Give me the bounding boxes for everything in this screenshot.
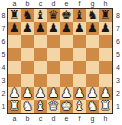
rank-label-8: 8 xyxy=(0,9,7,22)
rank-label-6: 6 xyxy=(114,35,122,48)
file-label-d: d xyxy=(47,115,60,123)
square-d8[interactable]: ♛ xyxy=(47,9,60,22)
rank-label-4: 4 xyxy=(0,61,7,74)
square-h8[interactable]: ♜ xyxy=(99,9,112,22)
square-f8[interactable]: ♝ xyxy=(73,9,86,22)
file-label-e: e xyxy=(60,0,73,8)
square-b5[interactable] xyxy=(21,48,34,61)
file-label-b: b xyxy=(21,0,34,8)
square-c5[interactable] xyxy=(34,48,47,61)
piece-white-bishop: ♝ xyxy=(74,100,85,113)
rank-labels-left: 87654321 xyxy=(0,9,7,113)
square-h4[interactable] xyxy=(99,61,112,74)
piece-white-pawn: ♟ xyxy=(87,87,98,100)
square-h3[interactable] xyxy=(99,74,112,87)
rank-label-1: 1 xyxy=(114,100,122,113)
square-e4[interactable] xyxy=(60,61,73,74)
piece-white-knight: ♞ xyxy=(87,100,98,113)
rank-label-1: 1 xyxy=(0,100,7,113)
square-d1[interactable]: ♛ xyxy=(47,100,60,113)
rank-label-6: 6 xyxy=(0,35,7,48)
file-label-c: c xyxy=(34,0,47,8)
file-label-h: h xyxy=(99,115,112,123)
square-h7[interactable]: ♟ xyxy=(99,22,112,35)
piece-white-pawn: ♟ xyxy=(9,87,20,100)
square-c8[interactable]: ♝ xyxy=(34,9,47,22)
square-g5[interactable] xyxy=(86,48,99,61)
piece-black-pawn: ♟ xyxy=(35,22,46,35)
rank-label-7: 7 xyxy=(114,22,122,35)
piece-black-knight: ♞ xyxy=(87,9,98,22)
chess-diagram: abcdefgh 87654321 87654321 ♜♞♝♛♚♝♞♜♟♟♟♟♟… xyxy=(0,0,122,125)
square-h2[interactable]: ♟ xyxy=(99,87,112,100)
file-label-g: g xyxy=(86,0,99,8)
square-b6[interactable] xyxy=(21,35,34,48)
file-labels-top: abcdefgh xyxy=(8,0,112,8)
piece-black-pawn: ♟ xyxy=(9,22,20,35)
square-c3[interactable] xyxy=(34,74,47,87)
square-c1[interactable]: ♝ xyxy=(34,100,47,113)
piece-white-pawn: ♟ xyxy=(61,87,72,100)
rank-label-5: 5 xyxy=(0,48,7,61)
square-f2[interactable]: ♟ xyxy=(73,87,86,100)
piece-white-king: ♚ xyxy=(61,100,72,113)
square-b7[interactable]: ♟ xyxy=(21,22,34,35)
square-f7[interactable]: ♟ xyxy=(73,22,86,35)
square-a7[interactable]: ♟ xyxy=(8,22,21,35)
square-e8[interactable]: ♚ xyxy=(60,9,73,22)
rank-label-4: 4 xyxy=(114,61,122,74)
square-a4[interactable] xyxy=(8,61,21,74)
square-e1[interactable]: ♚ xyxy=(60,100,73,113)
piece-white-pawn: ♟ xyxy=(100,87,111,100)
rank-label-3: 3 xyxy=(114,74,122,87)
square-b1[interactable]: ♞ xyxy=(21,100,34,113)
piece-black-knight: ♞ xyxy=(22,9,33,22)
square-c2[interactable]: ♟ xyxy=(34,87,47,100)
file-label-e: e xyxy=(60,115,73,123)
file-label-b: b xyxy=(21,115,34,123)
piece-black-pawn: ♟ xyxy=(22,22,33,35)
square-h6[interactable] xyxy=(99,35,112,48)
file-label-g: g xyxy=(86,115,99,123)
piece-black-rook: ♜ xyxy=(9,9,20,22)
square-h1[interactable]: ♜ xyxy=(99,100,112,113)
square-f5[interactable] xyxy=(73,48,86,61)
file-label-a: a xyxy=(8,115,21,123)
file-label-f: f xyxy=(73,0,86,8)
rank-labels-right: 87654321 xyxy=(114,9,122,113)
square-c6[interactable] xyxy=(34,35,47,48)
square-f4[interactable] xyxy=(73,61,86,74)
file-label-c: c xyxy=(34,115,47,123)
piece-white-rook: ♜ xyxy=(9,100,20,113)
piece-black-rook: ♜ xyxy=(100,9,111,22)
square-e6[interactable] xyxy=(60,35,73,48)
rank-label-3: 3 xyxy=(0,74,7,87)
square-a8[interactable]: ♜ xyxy=(8,9,21,22)
square-d5[interactable] xyxy=(47,48,60,61)
rank-label-8: 8 xyxy=(114,9,122,22)
square-e5[interactable] xyxy=(60,48,73,61)
piece-black-bishop: ♝ xyxy=(35,9,46,22)
square-g2[interactable]: ♟ xyxy=(86,87,99,100)
square-a3[interactable] xyxy=(8,74,21,87)
square-h5[interactable] xyxy=(99,48,112,61)
chess-board: ♜♞♝♛♚♝♞♜♟♟♟♟♟♟♟♟♟♟♟♟♟♟♟♟♜♞♝♛♚♝♞♜ xyxy=(7,8,113,114)
square-c7[interactable]: ♟ xyxy=(34,22,47,35)
piece-black-pawn: ♟ xyxy=(48,22,59,35)
square-f3[interactable] xyxy=(73,74,86,87)
piece-white-pawn: ♟ xyxy=(22,87,33,100)
piece-white-knight: ♞ xyxy=(22,100,33,113)
square-e7[interactable]: ♟ xyxy=(60,22,73,35)
piece-white-bishop: ♝ xyxy=(35,100,46,113)
piece-white-pawn: ♟ xyxy=(35,87,46,100)
square-g7[interactable]: ♟ xyxy=(86,22,99,35)
square-f6[interactable] xyxy=(73,35,86,48)
square-g8[interactable]: ♞ xyxy=(86,9,99,22)
file-labels-bottom: abcdefgh xyxy=(8,115,112,123)
square-g1[interactable]: ♞ xyxy=(86,100,99,113)
file-label-h: h xyxy=(99,0,112,8)
square-d3[interactable] xyxy=(47,74,60,87)
square-d4[interactable] xyxy=(47,61,60,74)
piece-black-pawn: ♟ xyxy=(74,22,85,35)
square-b2[interactable]: ♟ xyxy=(21,87,34,100)
square-e3[interactable] xyxy=(60,74,73,87)
rank-label-2: 2 xyxy=(114,87,122,100)
rank-label-2: 2 xyxy=(0,87,7,100)
file-label-d: d xyxy=(47,0,60,8)
piece-black-king: ♚ xyxy=(61,9,72,22)
piece-black-bishop: ♝ xyxy=(74,9,85,22)
square-d7[interactable]: ♟ xyxy=(47,22,60,35)
rank-label-5: 5 xyxy=(114,48,122,61)
square-b4[interactable] xyxy=(21,61,34,74)
square-b3[interactable] xyxy=(21,74,34,87)
piece-white-pawn: ♟ xyxy=(48,87,59,100)
square-c4[interactable] xyxy=(34,61,47,74)
square-g6[interactable] xyxy=(86,35,99,48)
piece-white-rook: ♜ xyxy=(100,100,111,113)
square-a2[interactable]: ♟ xyxy=(8,87,21,100)
piece-black-pawn: ♟ xyxy=(100,22,111,35)
square-d6[interactable] xyxy=(47,35,60,48)
square-g3[interactable] xyxy=(86,74,99,87)
square-e2[interactable]: ♟ xyxy=(60,87,73,100)
rank-label-7: 7 xyxy=(0,22,7,35)
piece-black-pawn: ♟ xyxy=(87,22,98,35)
piece-black-queen: ♛ xyxy=(48,9,59,22)
square-g4[interactable] xyxy=(86,61,99,74)
piece-white-pawn: ♟ xyxy=(74,87,85,100)
square-a6[interactable] xyxy=(8,35,21,48)
square-b8[interactable]: ♞ xyxy=(21,9,34,22)
square-a5[interactable] xyxy=(8,48,21,61)
piece-white-queen: ♛ xyxy=(48,100,59,113)
file-label-f: f xyxy=(73,115,86,123)
file-label-a: a xyxy=(8,0,21,8)
piece-black-pawn: ♟ xyxy=(61,22,72,35)
square-a1[interactable]: ♜ xyxy=(8,100,21,113)
square-f1[interactable]: ♝ xyxy=(73,100,86,113)
square-d2[interactable]: ♟ xyxy=(47,87,60,100)
